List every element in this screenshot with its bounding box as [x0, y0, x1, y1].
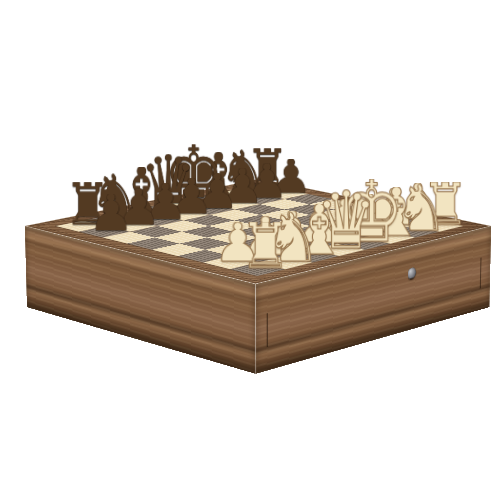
white-rook: ♜ [218, 222, 312, 271]
square-a1: ♜ [230, 263, 285, 276]
chess-board: ♜♞♝♛♚♝♞♜♟♟♟♟♟♟♟♟♟♟♟♟♟♟♟♟♜♞♝♛♚♝♞♜ [25, 179, 492, 284]
black-pawn: ♟ [63, 194, 160, 234]
drawer-knob [408, 267, 416, 280]
chess-set-photo: ♜♞♝♛♚♝♞♜♟♟♟♟♟♟♟♟♟♟♟♟♟♟♟♟♜♞♝♛♚♝♞♜ [0, 0, 500, 500]
